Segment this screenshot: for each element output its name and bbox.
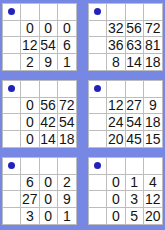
grid-cell-r1c1: 12 bbox=[107, 98, 125, 115]
grid-cell-r0c3 bbox=[144, 81, 162, 98]
blue-dot-icon bbox=[8, 85, 15, 92]
grid-cell-r3c2: 9 bbox=[40, 54, 58, 71]
grid-cell-r1c0 bbox=[89, 21, 107, 38]
grid-cell-r2c2: 54 bbox=[126, 114, 144, 131]
grid-cell-r3c0 bbox=[89, 208, 107, 225]
grid-cell-r2c3: 6 bbox=[58, 37, 76, 54]
grid-cell-r2c0 bbox=[89, 114, 107, 131]
grid-cell-r3c3: 15 bbox=[144, 131, 162, 148]
grid-cell-r2c2: 0 bbox=[40, 191, 58, 208]
grid-cell-r0c1 bbox=[107, 81, 125, 98]
grid-cell-r0c0 bbox=[89, 81, 107, 98]
grid-cell-r2c1: 27 bbox=[21, 191, 39, 208]
grid-cell-r3c1: 2 bbox=[21, 54, 39, 71]
number-card-1: 00012546291 bbox=[2, 3, 77, 71]
grid-cell-r2c0 bbox=[3, 114, 21, 131]
grid-cell-r1c0 bbox=[3, 98, 21, 115]
grid-cell-r1c3: 2 bbox=[58, 175, 76, 192]
grid-cell-r0c3 bbox=[58, 81, 76, 98]
grid-cell-r0c2 bbox=[40, 4, 58, 21]
grid-cell-r1c3: 9 bbox=[144, 98, 162, 115]
grid-cell-r3c2: 14 bbox=[40, 131, 58, 148]
grid-cell-r3c1: 8 bbox=[107, 54, 125, 71]
grid-cell-r1c2: 0 bbox=[40, 175, 58, 192]
grid-cell-r3c3: 1 bbox=[58, 54, 76, 71]
grid-cell-r1c0 bbox=[3, 21, 21, 38]
grid-cell-r2c0 bbox=[89, 191, 107, 208]
grid-cell-r2c1: 24 bbox=[107, 114, 125, 131]
grid-cell-r0c2 bbox=[126, 158, 144, 175]
grid-cell-r0c2 bbox=[40, 81, 58, 98]
grid-cell-r1c0 bbox=[3, 175, 21, 192]
grid-cell-r0c3 bbox=[144, 4, 162, 21]
grid-cell-r0c1 bbox=[21, 158, 39, 175]
blue-dot-icon bbox=[94, 85, 101, 92]
blue-dot-icon bbox=[94, 162, 101, 169]
grid-cell-r3c0 bbox=[3, 131, 21, 148]
grid-cell-r1c2: 27 bbox=[126, 98, 144, 115]
grid-cell-r2c2: 42 bbox=[40, 114, 58, 131]
grid-cell-r1c2: 1 bbox=[126, 175, 144, 192]
grid-cell-r0c2 bbox=[40, 158, 58, 175]
number-card-6: 01403120520 bbox=[88, 157, 163, 225]
grid-cell-r1c3: 72 bbox=[58, 98, 76, 115]
grid-cell-r1c2: 56 bbox=[126, 21, 144, 38]
grid-cell-r0c1 bbox=[107, 4, 125, 21]
grid-cell-r0c1 bbox=[21, 4, 39, 21]
grid-cell-r3c0 bbox=[89, 54, 107, 71]
grid-cell-r2c1: 0 bbox=[107, 191, 125, 208]
grid-cell-r0c1 bbox=[21, 81, 39, 98]
grid-cell-r1c0 bbox=[89, 175, 107, 192]
grid-cell-r3c0 bbox=[3, 208, 21, 225]
grid-cell-r2c1: 0 bbox=[21, 114, 39, 131]
grid-cell-r3c1: 3 bbox=[21, 208, 39, 225]
grid-cell-r0c3 bbox=[58, 158, 76, 175]
grid-cell-r1c3: 0 bbox=[58, 21, 76, 38]
grid-cell-r1c2: 56 bbox=[40, 98, 58, 115]
grid-cell-r1c1: 0 bbox=[21, 98, 39, 115]
grid-cell-r1c0 bbox=[89, 98, 107, 115]
grid-cell-r2c1: 36 bbox=[107, 37, 125, 54]
grid-cell-r2c0 bbox=[3, 37, 21, 54]
grid-cell-r3c2: 5 bbox=[126, 208, 144, 225]
grid-cell-r2c3: 12 bbox=[144, 191, 162, 208]
grid-cell-r3c2: 45 bbox=[126, 131, 144, 148]
grid-cell-r1c2: 0 bbox=[40, 21, 58, 38]
grid-cell-r0c3 bbox=[144, 158, 162, 175]
grid-cell-r1c1: 6 bbox=[21, 175, 39, 192]
grid-cell-r2c3: 18 bbox=[144, 114, 162, 131]
grid-cell-r2c2: 3 bbox=[126, 191, 144, 208]
grid-cell-r2c2: 54 bbox=[40, 37, 58, 54]
grid-cell-r3c2: 14 bbox=[126, 54, 144, 71]
grid-cell-r1c3: 72 bbox=[144, 21, 162, 38]
grid-cell-r3c2: 0 bbox=[40, 208, 58, 225]
grid-cell-r2c3: 54 bbox=[58, 114, 76, 131]
worksheet-page: 00012546291 32567236638181418 0567204254… bbox=[0, 0, 165, 230]
grid-cell-r2c3: 9 bbox=[58, 191, 76, 208]
grid-cell-r2c0 bbox=[3, 191, 21, 208]
grid-cell-r2c1: 12 bbox=[21, 37, 39, 54]
grid-cell-r1c3: 4 bbox=[144, 175, 162, 192]
grid-cell-r3c3: 18 bbox=[58, 131, 76, 148]
blue-dot-icon bbox=[94, 8, 101, 15]
grid-cell-r0c1 bbox=[107, 158, 125, 175]
grid-cell-r1c1: 32 bbox=[107, 21, 125, 38]
blue-dot-icon bbox=[8, 8, 15, 15]
number-card-5: 6022709301 bbox=[2, 157, 77, 225]
grid-cell-r3c1: 20 bbox=[107, 131, 125, 148]
grid-cell-r3c3: 1 bbox=[58, 208, 76, 225]
grid-cell-r2c3: 81 bbox=[144, 37, 162, 54]
grid-cell-r1c1: 0 bbox=[21, 21, 39, 38]
grid-cell-r1c1: 0 bbox=[107, 175, 125, 192]
grid-cell-r0c0 bbox=[3, 81, 21, 98]
grid-cell-r0c0 bbox=[89, 4, 107, 21]
grid-cell-r3c1: 0 bbox=[107, 208, 125, 225]
grid-cell-r2c2: 63 bbox=[126, 37, 144, 54]
number-card-3: 056720425401418 bbox=[2, 80, 77, 148]
grid-cell-r3c3: 20 bbox=[144, 208, 162, 225]
grid-cell-r0c0 bbox=[3, 158, 21, 175]
grid-cell-r2c0 bbox=[89, 37, 107, 54]
grid-cell-r0c2 bbox=[126, 4, 144, 21]
grid-cell-r3c0 bbox=[3, 54, 21, 71]
grid-cell-r0c0 bbox=[89, 158, 107, 175]
blue-dot-icon bbox=[8, 162, 15, 169]
grid-cell-r3c1: 0 bbox=[21, 131, 39, 148]
grid-cell-r3c3: 18 bbox=[144, 54, 162, 71]
grid-cell-r0c2 bbox=[126, 81, 144, 98]
number-card-2: 32567236638181418 bbox=[88, 3, 163, 71]
grid-cell-r0c3 bbox=[58, 4, 76, 21]
grid-cell-r3c0 bbox=[89, 131, 107, 148]
grid-cell-r0c0 bbox=[3, 4, 21, 21]
number-card-4: 12279245418204515 bbox=[88, 80, 163, 148]
